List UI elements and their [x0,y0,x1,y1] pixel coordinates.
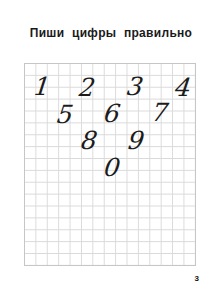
digit-9: 9 [125,128,143,153]
worksheet-page: Пиши цифры правильно 1234567890 3 [0,0,222,300]
digit-2: 2 [76,75,94,100]
digits-layer: 1234567890 [25,64,195,265]
digit-3: 3 [124,74,142,99]
digit-8: 8 [78,128,96,153]
squared-paper-grid: 1234567890 [24,63,196,266]
digit-0: 0 [101,155,119,180]
digit-1: 1 [31,74,49,99]
digit-5: 5 [54,102,72,127]
worksheet-title: Пиши цифры правильно [0,26,222,40]
page-number: 3 [195,274,199,283]
digit-4: 4 [172,75,190,100]
digit-6: 6 [101,101,119,126]
digit-7: 7 [149,100,167,125]
